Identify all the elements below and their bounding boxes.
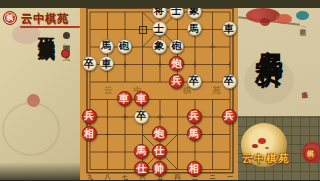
piece-black-f6r2: 砲 <box>169 39 184 54</box>
piece-red-f5r9: 帅 <box>152 161 167 176</box>
piece-black-f9r1: 車 <box>222 21 237 36</box>
board-area: 云 中 棋 苑 123456789九八七六五四三二一将士象士馬車馬砲象砲卒車炮兵… <box>80 0 238 180</box>
channel-watermark: 「云中棋苑」 <box>298 24 308 86</box>
file-label-bottom-9: 一 <box>225 173 235 181</box>
piece-red-f7r6: 兵 <box>187 109 202 124</box>
site-name-underline <box>20 26 80 28</box>
piece-red-f4r8: 馬 <box>134 144 149 159</box>
piece-red-f4r5: 車 <box>134 91 149 106</box>
file-label-bottom-8: 二 <box>208 173 218 181</box>
footer-site-name: 云中棋苑 <box>242 152 290 164</box>
piece-black-f7r4: 卒 <box>187 74 202 89</box>
piece-red-f7r7: 馬 <box>187 126 202 141</box>
footer: 云中棋苑 棋 <box>242 147 320 165</box>
right-panel: 「云中棋苑」 名局赏析 改版必火 云中棋苑 棋 <box>238 0 320 180</box>
black-player-seal-icon <box>63 32 70 39</box>
top-strip <box>0 0 320 8</box>
site-logo-seal-icon: 棋 <box>3 11 17 25</box>
piece-red-f5r7: 炮 <box>152 126 167 141</box>
piece-red-f6r4: 兵 <box>169 74 184 89</box>
teal-bird-blob <box>296 11 309 20</box>
site-name: 云中棋苑 <box>21 11 69 26</box>
file-label-bottom-1: 九 <box>85 173 95 181</box>
dark-flower-blob <box>260 18 270 26</box>
piece-black-f5r1: 士 <box>152 21 167 36</box>
piece-black-f5r2: 象 <box>152 39 167 54</box>
file-label-bottom-2: 八 <box>103 173 113 181</box>
piece-black-f4r6: 卒 <box>134 109 149 124</box>
piece-black-f1r3: 卒 <box>82 56 97 71</box>
piece-red-f1r6: 兵 <box>82 109 97 124</box>
piece-red-f7r9: 相 <box>187 161 202 176</box>
piece-red-f6r3: 炮 <box>169 56 184 71</box>
piece-black-f9r4: 卒 <box>222 74 237 89</box>
player-names: 陶汉明王天一棋 <box>59 32 73 164</box>
piece-black-f7r1: 馬 <box>187 21 202 36</box>
footer-seal-icon: 棋 <box>304 148 317 161</box>
file-label-bottom-3: 七 <box>120 173 130 181</box>
piece-red-f1r7: 相 <box>82 126 97 141</box>
file-label-bottom-6: 四 <box>173 173 183 181</box>
video-frame[interactable]: 飞炮砸士双车威武 陶汉明王天一棋 棋 云中棋苑 云 中 棋 苑 12345678… <box>0 0 320 180</box>
series-title: 名局赏析 <box>248 28 290 164</box>
red-player-seal-icon: 棋 <box>61 49 70 58</box>
last-move-marker <box>139 26 147 34</box>
left-panel: 飞炮砸士双车威武 陶汉明王天一棋 棋 云中棋苑 <box>0 0 80 180</box>
piece-red-f5r8: 仕 <box>152 144 167 159</box>
piece-red-f3r5: 車 <box>117 91 132 106</box>
piece-black-f2r3: 車 <box>99 56 114 71</box>
piece-black-f3r2: 砲 <box>117 39 132 54</box>
site-header: 棋 云中棋苑 <box>3 11 79 31</box>
piece-black-f2r2: 馬 <box>99 39 114 54</box>
piece-red-f9r6: 兵 <box>222 109 237 124</box>
piece-red-f4r9: 仕 <box>134 161 149 176</box>
player-name-red: 王天一 <box>62 39 70 49</box>
red-flower-small-blob <box>276 14 292 24</box>
